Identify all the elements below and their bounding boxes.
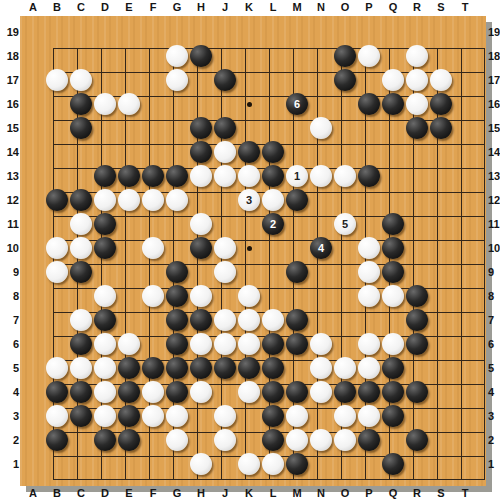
coord-col-bottom-E: E — [117, 487, 141, 499]
black-stone-M9[interactable] — [286, 261, 308, 283]
black-stone-Q4[interactable] — [382, 381, 404, 403]
coord-col-top-S: S — [429, 1, 453, 13]
white-stone-N15[interactable] — [310, 117, 332, 139]
black-stone-M1[interactable] — [286, 453, 308, 475]
black-stone-Q5[interactable] — [382, 357, 404, 379]
black-stone-D7[interactable] — [94, 309, 116, 331]
coord-col-top-R: R — [405, 1, 429, 13]
black-stone-O18[interactable] — [334, 45, 356, 67]
black-stone-F13[interactable] — [142, 165, 164, 187]
white-stone-K13[interactable] — [238, 165, 260, 187]
black-stone-B12[interactable] — [46, 189, 68, 211]
white-stone-M13-move-1[interactable]: 1 — [286, 165, 308, 187]
white-stone-G3[interactable] — [166, 405, 188, 427]
black-stone-B4[interactable] — [46, 381, 68, 403]
coord-row-right-15: 15 — [488, 122, 500, 134]
white-stone-B5[interactable] — [46, 357, 68, 379]
black-stone-G9[interactable] — [166, 261, 188, 283]
white-stone-N13[interactable] — [310, 165, 332, 187]
black-stone-D11[interactable] — [94, 213, 116, 235]
white-stone-Q6[interactable] — [382, 333, 404, 355]
black-stone-R4[interactable] — [406, 381, 428, 403]
black-stone-E3[interactable] — [118, 405, 140, 427]
white-stone-L1[interactable] — [262, 453, 284, 475]
white-stone-D12[interactable] — [94, 189, 116, 211]
black-stone-L6[interactable] — [262, 333, 284, 355]
white-stone-J10[interactable] — [214, 237, 236, 259]
black-stone-C12[interactable] — [70, 189, 92, 211]
white-stone-F12[interactable] — [142, 189, 164, 211]
coord-row-right-1: 1 — [488, 458, 500, 470]
coord-col-bottom-F: F — [141, 487, 165, 499]
coord-row-right-5: 5 — [488, 362, 500, 374]
coord-col-top-A: A — [21, 1, 45, 13]
coord-row-left-16: 16 — [1, 98, 19, 110]
black-stone-Q3[interactable] — [382, 405, 404, 427]
black-stone-C15[interactable] — [70, 117, 92, 139]
coord-row-left-6: 6 — [1, 338, 19, 350]
white-stone-J7[interactable] — [214, 309, 236, 331]
white-stone-F4[interactable] — [142, 381, 164, 403]
white-stone-C7[interactable] — [70, 309, 92, 331]
white-stone-J13[interactable] — [214, 165, 236, 187]
black-stone-E4[interactable] — [118, 381, 140, 403]
white-stone-J9[interactable] — [214, 261, 236, 283]
black-stone-G7[interactable] — [166, 309, 188, 331]
black-stone-H15[interactable] — [190, 117, 212, 139]
coord-col-top-K: K — [237, 1, 261, 13]
black-stone-Q10[interactable] — [382, 237, 404, 259]
coord-row-right-16: 16 — [488, 98, 500, 110]
black-stone-H7[interactable] — [190, 309, 212, 331]
coord-row-right-17: 17 — [488, 74, 500, 86]
black-stone-C3[interactable] — [70, 405, 92, 427]
black-stone-M16-move-6[interactable]: 6 — [286, 93, 308, 115]
white-stone-O2[interactable] — [334, 429, 356, 451]
white-stone-O13[interactable] — [334, 165, 356, 187]
coord-col-top-Q: Q — [381, 1, 405, 13]
coord-row-left-8: 8 — [1, 290, 19, 302]
black-stone-B2[interactable] — [46, 429, 68, 451]
black-stone-P2[interactable] — [358, 429, 380, 451]
black-stone-L11-move-2[interactable]: 2 — [262, 213, 284, 235]
coord-row-left-14: 14 — [1, 146, 19, 158]
white-stone-P6[interactable] — [358, 333, 380, 355]
coord-row-left-9: 9 — [1, 266, 19, 278]
white-stone-F8[interactable] — [142, 285, 164, 307]
black-stone-R8[interactable] — [406, 285, 428, 307]
white-stone-J14[interactable] — [214, 141, 236, 163]
black-stone-H18[interactable] — [190, 45, 212, 67]
white-stone-O3[interactable] — [334, 405, 356, 427]
black-stone-J5[interactable] — [214, 357, 236, 379]
white-stone-N5[interactable] — [310, 357, 332, 379]
coord-row-left-1: 1 — [1, 458, 19, 470]
white-stone-B17[interactable] — [46, 69, 68, 91]
white-stone-D8[interactable] — [94, 285, 116, 307]
coord-row-right-18: 18 — [488, 50, 500, 62]
white-stone-C11[interactable] — [70, 213, 92, 235]
white-stone-J3[interactable] — [214, 405, 236, 427]
black-stone-O4[interactable] — [334, 381, 356, 403]
black-stone-Q1[interactable] — [382, 453, 404, 475]
coord-col-top-G: G — [165, 1, 189, 13]
black-stone-M12[interactable] — [286, 189, 308, 211]
coord-col-top-H: H — [189, 1, 213, 13]
coord-col-top-L: L — [261, 1, 285, 13]
coord-row-left-12: 12 — [1, 194, 19, 206]
white-stone-K4[interactable] — [238, 381, 260, 403]
white-stone-L12[interactable] — [262, 189, 284, 211]
coord-col-bottom-C: C — [69, 487, 93, 499]
coord-col-top-T: T — [453, 1, 477, 13]
coord-row-left-17: 17 — [1, 74, 19, 86]
coord-col-bottom-T: T — [453, 487, 477, 499]
coord-col-top-M: M — [285, 1, 309, 13]
black-stone-D2[interactable] — [94, 429, 116, 451]
white-stone-E16[interactable] — [118, 93, 140, 115]
white-stone-O11-move-5[interactable]: 5 — [334, 213, 356, 235]
black-stone-K5[interactable] — [238, 357, 260, 379]
black-stone-J17[interactable] — [214, 69, 236, 91]
coord-row-left-5: 5 — [1, 362, 19, 374]
white-stone-F10[interactable] — [142, 237, 164, 259]
black-stone-D13[interactable] — [94, 165, 116, 187]
black-stone-P13[interactable] — [358, 165, 380, 187]
coord-row-right-4: 4 — [488, 386, 500, 398]
black-stone-C4[interactable] — [70, 381, 92, 403]
coord-col-bottom-M: M — [285, 487, 309, 499]
coord-row-right-12: 12 — [488, 194, 500, 206]
coord-row-right-9: 9 — [488, 266, 500, 278]
black-stone-L4[interactable] — [262, 381, 284, 403]
coord-row-right-11: 11 — [488, 218, 500, 230]
coord-col-bottom-H: H — [189, 487, 213, 499]
white-stone-C17[interactable] — [70, 69, 92, 91]
coord-col-bottom-J: J — [213, 487, 237, 499]
white-stone-P10[interactable] — [358, 237, 380, 259]
black-stone-G8[interactable] — [166, 285, 188, 307]
coord-col-bottom-D: D — [93, 487, 117, 499]
coord-row-right-2: 2 — [488, 434, 500, 446]
coord-col-top-P: P — [357, 1, 381, 13]
white-stone-M3[interactable] — [286, 405, 308, 427]
coord-row-left-15: 15 — [1, 122, 19, 134]
black-stone-G6[interactable] — [166, 333, 188, 355]
coord-col-top-N: N — [309, 1, 333, 13]
white-stone-O5[interactable] — [334, 357, 356, 379]
coord-row-right-7: 7 — [488, 314, 500, 326]
white-stone-C10[interactable] — [70, 237, 92, 259]
black-stone-R2[interactable] — [406, 429, 428, 451]
white-stone-R18[interactable] — [406, 45, 428, 67]
coord-row-right-10: 10 — [488, 242, 500, 254]
white-stone-M2[interactable] — [286, 429, 308, 451]
white-stone-K6[interactable] — [238, 333, 260, 355]
black-stone-M4[interactable] — [286, 381, 308, 403]
coord-row-right-6: 6 — [488, 338, 500, 350]
coord-col-top-D: D — [93, 1, 117, 13]
coord-row-left-2: 2 — [1, 434, 19, 446]
black-stone-E5[interactable] — [118, 357, 140, 379]
white-stone-D6[interactable] — [94, 333, 116, 355]
white-stone-L7[interactable] — [262, 309, 284, 331]
white-stone-B9[interactable] — [46, 261, 68, 283]
white-stone-G17[interactable] — [166, 69, 188, 91]
black-stone-K14[interactable] — [238, 141, 260, 163]
coord-row-left-10: 10 — [1, 242, 19, 254]
black-stone-G5[interactable] — [166, 357, 188, 379]
black-stone-G4[interactable] — [166, 381, 188, 403]
white-stone-H4[interactable] — [190, 381, 212, 403]
star-point-K10 — [247, 246, 252, 251]
white-stone-F3[interactable] — [142, 405, 164, 427]
white-stone-R17[interactable] — [406, 69, 428, 91]
coord-row-left-19: 19 — [1, 26, 19, 38]
black-stone-C6[interactable] — [70, 333, 92, 355]
black-stone-F5[interactable] — [142, 357, 164, 379]
black-stone-M7[interactable] — [286, 309, 308, 331]
black-stone-J15[interactable] — [214, 117, 236, 139]
white-stone-H11[interactable] — [190, 213, 212, 235]
white-stone-J2[interactable] — [214, 429, 236, 451]
black-stone-R15[interactable] — [406, 117, 428, 139]
white-stone-K7[interactable] — [238, 309, 260, 331]
white-stone-G18[interactable] — [166, 45, 188, 67]
coord-row-left-4: 4 — [1, 386, 19, 398]
black-stone-S15[interactable] — [430, 117, 452, 139]
coord-row-right-14: 14 — [488, 146, 500, 158]
coord-row-left-7: 7 — [1, 314, 19, 326]
white-stone-K12-move-3[interactable]: 3 — [238, 189, 260, 211]
black-stone-L13[interactable] — [262, 165, 284, 187]
coord-row-left-13: 13 — [1, 170, 19, 182]
coord-row-right-8: 8 — [488, 290, 500, 302]
white-stone-P8[interactable] — [358, 285, 380, 307]
white-stone-P18[interactable] — [358, 45, 380, 67]
black-stone-G13[interactable] — [166, 165, 188, 187]
black-stone-P4[interactable] — [358, 381, 380, 403]
black-stone-O17[interactable] — [334, 69, 356, 91]
coord-col-bottom-A: A — [21, 487, 45, 499]
coord-col-top-O: O — [333, 1, 357, 13]
white-stone-J6[interactable] — [214, 333, 236, 355]
coord-row-right-3: 3 — [488, 410, 500, 422]
white-stone-E6[interactable] — [118, 333, 140, 355]
white-stone-Q8[interactable] — [382, 285, 404, 307]
white-stone-P9[interactable] — [358, 261, 380, 283]
black-stone-Q9[interactable] — [382, 261, 404, 283]
coord-row-left-11: 11 — [1, 218, 19, 230]
coord-col-top-F: F — [141, 1, 165, 13]
black-stone-L14[interactable] — [262, 141, 284, 163]
black-stone-D10[interactable] — [94, 237, 116, 259]
black-stone-M6[interactable] — [286, 333, 308, 355]
white-stone-G12[interactable] — [166, 189, 188, 211]
white-stone-D16[interactable] — [94, 93, 116, 115]
black-stone-H14[interactable] — [190, 141, 212, 163]
coord-row-left-3: 3 — [1, 410, 19, 422]
white-stone-K8[interactable] — [238, 285, 260, 307]
black-stone-R7[interactable] — [406, 309, 428, 331]
black-stone-Q11[interactable] — [382, 213, 404, 235]
black-stone-C16[interactable] — [70, 93, 92, 115]
coord-row-left-18: 18 — [1, 50, 19, 62]
white-stone-B10[interactable] — [46, 237, 68, 259]
white-stone-H6[interactable] — [190, 333, 212, 355]
coord-col-bottom-G: G — [165, 487, 189, 499]
white-stone-D3[interactable] — [94, 405, 116, 427]
star-point-K16 — [247, 102, 252, 107]
white-stone-D4[interactable] — [94, 381, 116, 403]
coord-col-bottom-O: O — [333, 487, 357, 499]
coord-col-bottom-N: N — [309, 487, 333, 499]
coord-col-top-B: B — [45, 1, 69, 13]
coord-col-bottom-L: L — [261, 487, 285, 499]
black-stone-R6[interactable] — [406, 333, 428, 355]
white-stone-P3[interactable] — [358, 405, 380, 427]
go-board-screenshot: AABBCCDDEEFFGGHHJJKKLLMMNNOOPPQQRRSSTT19… — [0, 0, 500, 500]
white-stone-E12[interactable] — [118, 189, 140, 211]
white-stone-H8[interactable] — [190, 285, 212, 307]
white-stone-C5[interactable] — [70, 357, 92, 379]
black-stone-N10-move-4[interactable]: 4 — [310, 237, 332, 259]
white-stone-S17[interactable] — [430, 69, 452, 91]
white-stone-Q17[interactable] — [382, 69, 404, 91]
white-stone-R16[interactable] — [406, 93, 428, 115]
black-stone-L5[interactable] — [262, 357, 284, 379]
black-stone-C9[interactable] — [70, 261, 92, 283]
white-stone-N6[interactable] — [310, 333, 332, 355]
black-stone-H10[interactable] — [190, 237, 212, 259]
white-stone-H1[interactable] — [190, 453, 212, 475]
coord-col-bottom-K: K — [237, 487, 261, 499]
black-stone-L2[interactable] — [262, 429, 284, 451]
black-stone-E13[interactable] — [118, 165, 140, 187]
white-stone-P5[interactable] — [358, 357, 380, 379]
white-stone-N4[interactable] — [310, 381, 332, 403]
black-stone-H5[interactable] — [190, 357, 212, 379]
coord-row-right-13: 13 — [488, 170, 500, 182]
white-stone-G2[interactable] — [166, 429, 188, 451]
coord-col-bottom-P: P — [357, 487, 381, 499]
black-stone-E2[interactable] — [118, 429, 140, 451]
black-stone-L3[interactable] — [262, 405, 284, 427]
black-stone-S16[interactable] — [430, 93, 452, 115]
white-stone-K1[interactable] — [238, 453, 260, 475]
black-stone-P16[interactable] — [358, 93, 380, 115]
coord-col-bottom-Q: Q — [381, 487, 405, 499]
coord-col-bottom-B: B — [45, 487, 69, 499]
coord-col-bottom-R: R — [405, 487, 429, 499]
white-stone-N2[interactable] — [310, 429, 332, 451]
coord-row-right-19: 19 — [488, 26, 500, 38]
coord-col-bottom-S: S — [429, 487, 453, 499]
coord-col-top-E: E — [117, 1, 141, 13]
white-stone-B3[interactable] — [46, 405, 68, 427]
white-stone-D5[interactable] — [94, 357, 116, 379]
coord-col-top-C: C — [69, 1, 93, 13]
coord-col-top-J: J — [213, 1, 237, 13]
white-stone-H13[interactable] — [190, 165, 212, 187]
black-stone-Q16[interactable] — [382, 93, 404, 115]
